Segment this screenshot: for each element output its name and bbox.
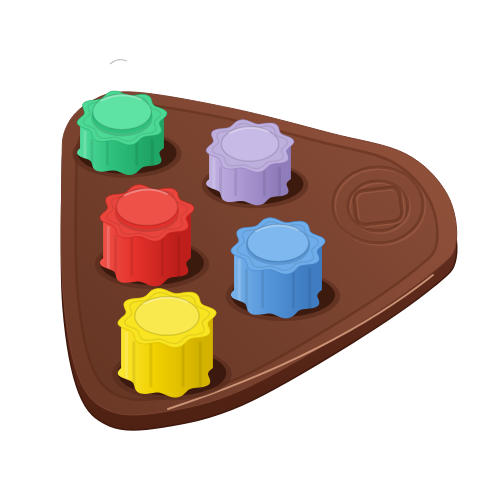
dust-speck (110, 60, 127, 64)
shape-sorter-toy-photo (0, 0, 500, 500)
product-photo (0, 0, 500, 500)
